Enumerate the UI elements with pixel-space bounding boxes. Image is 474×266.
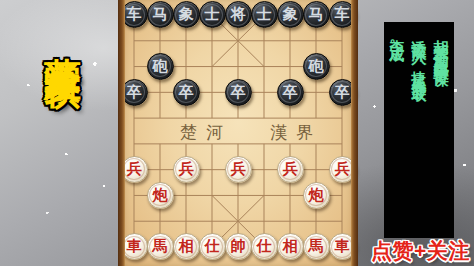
black-piece-卒: 卒 [225, 79, 252, 106]
black-piece-士: 士 [251, 1, 278, 28]
piece-glyph: 车 [127, 7, 142, 22]
red-piece-兵: 兵 [277, 156, 304, 183]
red-piece-相: 相 [173, 233, 200, 260]
black-piece-砲: 砲 [147, 53, 174, 80]
piece-glyph: 卒 [179, 85, 194, 100]
black-piece-马: 马 [147, 1, 174, 28]
black-piece-士: 士 [199, 1, 226, 28]
piece-glyph: 士 [205, 7, 220, 22]
red-piece-馬: 馬 [303, 233, 330, 260]
board-frame-right [351, 0, 358, 266]
piece-glyph: 卒 [127, 85, 142, 100]
piece-glyph: 兵 [179, 162, 194, 177]
piece-glyph: 兵 [335, 162, 350, 177]
red-piece-炮: 炮 [303, 182, 330, 209]
piece-glyph: 车 [335, 7, 350, 22]
piece-glyph: 馬 [153, 239, 168, 254]
piece-glyph: 卒 [283, 85, 298, 100]
piece-glyph: 将 [231, 7, 246, 22]
red-piece-帥: 帥 [225, 233, 252, 260]
piece-glyph: 象 [179, 7, 194, 22]
piece-glyph: 砲 [153, 59, 168, 74]
piece-glyph: 马 [309, 7, 324, 22]
piece-glyph: 車 [127, 239, 142, 254]
piece-glyph: 車 [335, 239, 350, 254]
red-piece-相: 相 [277, 233, 304, 260]
piece-glyph: 帥 [231, 239, 246, 254]
xiangqi-board: 楚河 漢界 车马象士将士象马车砲砲卒卒卒卒卒兵兵兵兵兵炮炮車馬相仕帥仕相馬車 [118, 0, 358, 266]
piece-glyph: 仕 [257, 239, 272, 254]
pieces-grid: 车马象士将士象马车砲砲卒卒卒卒卒兵兵兵兵兵炮炮車馬相仕帥仕相馬車 [121, 2, 355, 260]
piece-glyph: 炮 [309, 188, 324, 203]
black-piece-马: 马 [303, 1, 330, 28]
piece-glyph: 士 [257, 7, 272, 22]
piece-glyph: 相 [283, 239, 298, 254]
video-frame: 蒙泽学象棋 楚河 漢界 车马象士将士象马车砲砲卒卒卒卒卒兵兵兵兵兵炮炮車馬相仕帥… [0, 0, 474, 266]
black-piece-砲: 砲 [303, 53, 330, 80]
piece-glyph: 兵 [231, 162, 246, 177]
red-piece-仕: 仕 [199, 233, 226, 260]
board-frame-left [118, 0, 125, 266]
piece-glyph: 砲 [309, 59, 324, 74]
red-piece-仕: 仕 [251, 233, 278, 260]
like-follow-banner: 点赞+关注 [371, 237, 470, 265]
piece-glyph: 兵 [127, 162, 142, 177]
black-piece-象: 象 [277, 1, 304, 28]
black-piece-将: 将 [225, 1, 252, 28]
piece-glyph: 兵 [283, 162, 298, 177]
black-piece-卒: 卒 [277, 79, 304, 106]
piece-glyph: 馬 [309, 239, 324, 254]
piece-glyph: 卒 [231, 85, 246, 100]
black-piece-卒: 卒 [173, 79, 200, 106]
piece-glyph: 相 [179, 239, 194, 254]
piece-glyph: 炮 [153, 188, 168, 203]
piece-glyph: 仕 [205, 239, 220, 254]
red-piece-炮: 炮 [147, 182, 174, 209]
red-piece-馬: 馬 [147, 233, 174, 260]
red-piece-兵: 兵 [173, 156, 200, 183]
piece-glyph: 马 [153, 7, 168, 22]
piece-glyph: 象 [283, 7, 298, 22]
red-piece-兵: 兵 [225, 156, 252, 183]
black-piece-象: 象 [173, 1, 200, 28]
caption-text: 胡荣华不动声色暗伏奇谋 诱敌深入，捷足先登袭取 李定成。 [386, 28, 452, 234]
channel-title: 蒙泽学象棋 [37, 27, 87, 47]
piece-glyph: 卒 [335, 85, 350, 100]
caption-panel: 胡荣华不动声色暗伏奇谋 诱敌深入，捷足先登袭取 李定成。 [384, 22, 454, 238]
